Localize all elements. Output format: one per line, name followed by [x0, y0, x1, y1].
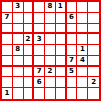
cell-r1c3-empty[interactable] — [24, 2, 35, 13]
cell-r9c3-empty[interactable] — [24, 88, 35, 99]
cell-r9c4-empty[interactable] — [34, 88, 45, 99]
cell-r5c3-empty[interactable] — [24, 45, 35, 56]
cell-r3c4-empty[interactable] — [34, 24, 45, 35]
cell-r5c6-empty[interactable] — [56, 45, 67, 56]
cell-r7c3-empty[interactable] — [24, 67, 35, 78]
cell-r4c4-given-3: 3 — [34, 34, 45, 45]
cell-r7c2-empty[interactable] — [13, 67, 24, 78]
cell-r1c2-given-3: 3 — [13, 2, 24, 13]
cell-r4c2-empty[interactable] — [13, 34, 24, 45]
cell-r3c7-empty[interactable] — [67, 24, 78, 35]
cell-r1c7-empty[interactable] — [67, 2, 78, 13]
cell-r3c5-empty[interactable] — [45, 24, 56, 35]
cell-r7c7-given-5: 5 — [67, 67, 78, 78]
cell-r4c3-given-2: 2 — [24, 34, 35, 45]
cell-r5c8-given-1: 1 — [77, 45, 88, 56]
cell-r9c1-given-1: 1 — [2, 88, 13, 99]
cell-r1c8-empty[interactable] — [77, 2, 88, 13]
cell-r6c5-empty[interactable] — [45, 56, 56, 67]
cell-r4c5-empty[interactable] — [45, 34, 56, 45]
cell-r9c8-empty[interactable] — [77, 88, 88, 99]
cell-r6c7-given-7: 7 — [67, 56, 78, 67]
cell-r8c8-empty[interactable] — [77, 77, 88, 88]
cell-r7c6-empty[interactable] — [56, 67, 67, 78]
cell-r4c7-empty[interactable] — [67, 34, 78, 45]
cell-r8c5-empty[interactable] — [45, 77, 56, 88]
cell-r6c6-empty[interactable] — [56, 56, 67, 67]
cell-r1c1-empty[interactable] — [2, 2, 13, 13]
cell-r8c9-given-2: 2 — [88, 77, 99, 88]
cell-r7c4-given-7: 7 — [34, 67, 45, 78]
cell-r2c5-empty[interactable] — [45, 13, 56, 24]
cell-r8c1-empty[interactable] — [2, 77, 13, 88]
cell-r8c2-empty[interactable] — [13, 77, 24, 88]
cell-r7c5-given-2: 2 — [45, 67, 56, 78]
cell-r5c4-empty[interactable] — [34, 45, 45, 56]
cell-r6c2-empty[interactable] — [13, 56, 24, 67]
cell-r5c2-given-8: 8 — [13, 45, 24, 56]
cell-r3c2-empty[interactable] — [13, 24, 24, 35]
cell-r8c4-given-6: 6 — [34, 77, 45, 88]
cell-r8c6-empty[interactable] — [56, 77, 67, 88]
cell-r5c9-empty[interactable] — [88, 45, 99, 56]
cell-r9c5-empty[interactable] — [45, 88, 56, 99]
cell-r2c9-empty[interactable] — [88, 13, 99, 24]
cell-r4c6-empty[interactable] — [56, 34, 67, 45]
cell-r5c7-empty[interactable] — [67, 45, 78, 56]
cell-r1c9-empty[interactable] — [88, 2, 99, 13]
cell-r2c7-given-6: 6 — [67, 13, 78, 24]
cell-r3c9-empty[interactable] — [88, 24, 99, 35]
cell-r7c8-empty[interactable] — [77, 67, 88, 78]
cell-r1c4-empty[interactable] — [34, 2, 45, 13]
cell-r6c9-empty[interactable] — [88, 56, 99, 67]
cell-r5c5-empty[interactable] — [45, 45, 56, 56]
cell-r1c6-given-1: 1 — [56, 2, 67, 13]
cell-r4c8-empty[interactable] — [77, 34, 88, 45]
cell-r9c6-empty[interactable] — [56, 88, 67, 99]
cell-r2c6-empty[interactable] — [56, 13, 67, 24]
cell-r6c4-empty[interactable] — [34, 56, 45, 67]
cell-r3c3-empty[interactable] — [24, 24, 35, 35]
cell-r9c9-empty[interactable] — [88, 88, 99, 99]
cell-r3c8-empty[interactable] — [77, 24, 88, 35]
cell-r7c9-empty[interactable] — [88, 67, 99, 78]
cell-r9c2-empty[interactable] — [13, 88, 24, 99]
cell-r2c4-empty[interactable] — [34, 13, 45, 24]
cell-r3c1-empty[interactable] — [2, 24, 13, 35]
cell-r3c6-empty[interactable] — [56, 24, 67, 35]
cell-r9c7-empty[interactable] — [67, 88, 78, 99]
cell-r5c1-empty[interactable] — [2, 45, 13, 56]
cell-r6c3-empty[interactable] — [24, 56, 35, 67]
sudoku-board: 38176238174725621 — [0, 0, 101, 101]
cell-r8c7-empty[interactable] — [67, 77, 78, 88]
cell-r6c1-empty[interactable] — [2, 56, 13, 67]
cell-r6c8-given-4: 4 — [77, 56, 88, 67]
cell-r1c5-given-8: 8 — [45, 2, 56, 13]
cell-r2c3-empty[interactable] — [24, 13, 35, 24]
cell-r7c1-empty[interactable] — [2, 67, 13, 78]
cell-r8c3-empty[interactable] — [24, 77, 35, 88]
cell-r2c2-empty[interactable] — [13, 13, 24, 24]
cell-r4c1-empty[interactable] — [2, 34, 13, 45]
cell-r2c8-empty[interactable] — [77, 13, 88, 24]
cell-r2c1-given-7: 7 — [2, 13, 13, 24]
cell-r4c9-empty[interactable] — [88, 34, 99, 45]
